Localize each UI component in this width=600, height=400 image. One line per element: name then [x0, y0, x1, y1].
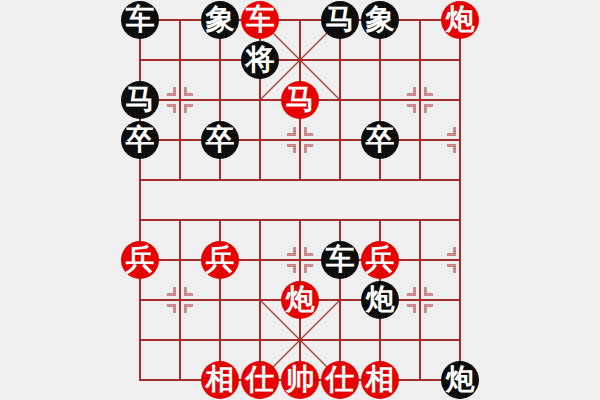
position-marker-arm — [447, 144, 456, 153]
piece-black-soldier[interactable]: 卒 — [201, 121, 239, 159]
position-marker-arm — [184, 87, 193, 96]
grid-line — [459, 19, 461, 381]
position-marker-arm — [424, 104, 433, 113]
piece-black-horse[interactable]: 马 — [121, 81, 159, 119]
position-marker-arm — [167, 287, 176, 296]
piece-red-soldier[interactable]: 兵 — [121, 241, 159, 279]
piece-red-advisor[interactable]: 仕 — [241, 361, 279, 399]
position-marker-arm — [287, 264, 296, 273]
position-marker-arm — [407, 87, 416, 96]
piece-red-soldier[interactable]: 兵 — [201, 241, 239, 279]
grid-line — [139, 19, 141, 381]
position-marker-arm — [184, 287, 193, 296]
xiangqi-board: 相仕帅仕相炮炮炮兵兵车兵卒卒卒马马将车象车马象炮 — [0, 0, 600, 400]
position-marker-arm — [407, 104, 416, 113]
position-marker-arm — [287, 247, 296, 256]
piece-black-elephant[interactable]: 象 — [361, 1, 399, 39]
position-marker-arm — [447, 127, 456, 136]
grid-line — [419, 19, 421, 181]
piece-black-general[interactable]: 将 — [241, 41, 279, 79]
position-marker-arm — [424, 304, 433, 313]
piece-black-cannon[interactable]: 炮 — [361, 281, 399, 319]
position-marker-arm — [447, 247, 456, 256]
position-marker-arm — [407, 304, 416, 313]
piece-black-horse[interactable]: 马 — [321, 1, 359, 39]
piece-red-elephant[interactable]: 相 — [201, 361, 239, 399]
position-marker-arm — [304, 144, 313, 153]
piece-red-soldier[interactable]: 兵 — [361, 241, 399, 279]
position-marker-arm — [167, 104, 176, 113]
position-marker-arm — [167, 87, 176, 96]
piece-red-advisor[interactable]: 仕 — [321, 361, 359, 399]
piece-black-soldier[interactable]: 卒 — [121, 121, 159, 159]
grid-line — [419, 219, 421, 381]
position-marker-arm — [447, 264, 456, 273]
grid-line — [339, 19, 341, 181]
position-marker-arm — [424, 87, 433, 96]
piece-red-cannon[interactable]: 炮 — [281, 281, 319, 319]
position-marker-arm — [184, 304, 193, 313]
piece-black-chariot[interactable]: 车 — [321, 241, 359, 279]
piece-red-general[interactable]: 帅 — [281, 361, 319, 399]
position-marker-arm — [304, 247, 313, 256]
piece-red-elephant[interactable]: 相 — [361, 361, 399, 399]
piece-black-soldier[interactable]: 卒 — [361, 121, 399, 159]
position-marker-arm — [184, 104, 193, 113]
piece-red-chariot[interactable]: 车 — [241, 1, 279, 39]
piece-black-chariot[interactable]: 车 — [121, 1, 159, 39]
position-marker-arm — [304, 264, 313, 273]
piece-black-cannon[interactable]: 炮 — [441, 361, 479, 399]
piece-red-horse[interactable]: 马 — [281, 81, 319, 119]
position-marker-arm — [287, 144, 296, 153]
grid-line — [179, 219, 181, 381]
position-marker-arm — [167, 304, 176, 313]
grid-line — [259, 219, 261, 381]
position-marker-arm — [287, 127, 296, 136]
position-marker-arm — [407, 287, 416, 296]
position-marker-arm — [424, 287, 433, 296]
piece-red-cannon[interactable]: 炮 — [441, 1, 479, 39]
grid-line — [179, 19, 181, 181]
piece-black-elephant[interactable]: 象 — [201, 1, 239, 39]
position-marker-arm — [304, 127, 313, 136]
